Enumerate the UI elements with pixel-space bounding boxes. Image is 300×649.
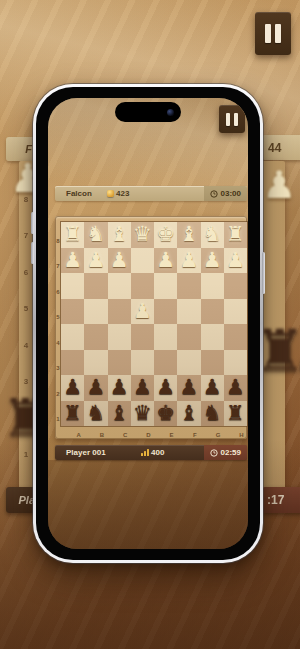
board-square[interactable]	[108, 273, 131, 299]
board-square[interactable]	[201, 324, 224, 350]
white-knight-icon[interactable]: ♞	[203, 224, 222, 245]
chess-board: ♜♞♝♛♚♝♞♜♟♟♟♟♟♟♟♟♟♟♟♟♟♟♟♟♜♞♝♛♚♝♞♜ 8765432…	[55, 216, 247, 439]
file-label: H	[230, 432, 248, 438]
pause-button[interactable]	[219, 105, 245, 133]
black-pawn-icon[interactable]: ♟	[63, 377, 82, 398]
board-square[interactable]: ♜	[61, 222, 84, 248]
board-square[interactable]	[108, 350, 131, 376]
rank-label: 6	[55, 279, 61, 305]
board-square[interactable]: ♟	[61, 375, 84, 401]
white-rook-icon[interactable]: ♜	[63, 224, 82, 245]
board-square[interactable]: ♟	[224, 375, 247, 401]
rank-label: 1	[55, 407, 61, 433]
board-square[interactable]: ♝	[177, 401, 200, 427]
white-pawn-icon[interactable]: ♟	[156, 250, 175, 271]
rank-label: 5	[19, 291, 33, 328]
board-square[interactable]: ♜	[224, 222, 247, 248]
black-pawn-icon[interactable]: ♟	[203, 377, 222, 398]
player-score-group: 400	[141, 448, 164, 457]
board-square[interactable]	[84, 324, 107, 350]
white-pawn-icon[interactable]: ♟	[110, 250, 129, 271]
coin-icon	[107, 190, 114, 197]
opponent-name: Falcon	[55, 189, 107, 198]
black-rook-icon[interactable]: ♜	[226, 403, 245, 424]
board-square[interactable]	[177, 273, 200, 299]
front-camera-icon	[167, 109, 174, 116]
white-rook-icon[interactable]: ♜	[226, 224, 245, 245]
player-clock-section: 02:59	[204, 445, 247, 460]
rank-label: 4	[19, 327, 33, 364]
file-label: F	[183, 432, 206, 438]
board-square[interactable]: ♜	[224, 401, 247, 427]
rank-label: 4	[55, 330, 61, 356]
black-knight-icon[interactable]: ♞	[203, 403, 222, 424]
black-pawn-icon[interactable]: ♟	[86, 377, 105, 398]
rank-label: 2	[55, 381, 61, 407]
board-square[interactable]: ♟	[131, 299, 154, 325]
rank-label: 3	[55, 356, 61, 382]
board-square[interactable]	[84, 299, 107, 325]
white-pawn-icon[interactable]: ♟	[133, 301, 152, 322]
white-pawn-icon[interactable]: ♟	[86, 250, 105, 271]
board-square[interactable]	[108, 299, 131, 325]
board-square[interactable]	[224, 299, 247, 325]
board-square[interactable]	[224, 324, 247, 350]
file-label: B	[90, 432, 113, 438]
board-square[interactable]: ♟	[84, 248, 107, 274]
board-square[interactable]	[224, 273, 247, 299]
board-square[interactable]	[154, 350, 177, 376]
board-square[interactable]: ♟	[108, 248, 131, 274]
board-square[interactable]: ♟	[131, 375, 154, 401]
black-rook-icon[interactable]: ♜	[63, 403, 82, 424]
board-square[interactable]	[61, 299, 84, 325]
opponent-clock-section: 03:00	[204, 186, 247, 201]
pause-icon	[265, 24, 271, 43]
board-square[interactable]	[131, 248, 154, 274]
stats-bars-icon	[141, 449, 149, 456]
board-square[interactable]	[108, 324, 131, 350]
board-square[interactable]	[154, 273, 177, 299]
board-square[interactable]	[61, 273, 84, 299]
player-clock: 02:59	[221, 448, 241, 457]
player-score: 400	[151, 448, 164, 457]
board-square[interactable]: ♟	[108, 375, 131, 401]
rank-label: 5	[55, 305, 61, 331]
board-square[interactable]	[177, 324, 200, 350]
board-square[interactable]: ♟	[201, 248, 224, 274]
player-bar: Player 001 400 02:59	[55, 445, 247, 460]
black-pawn-icon[interactable]: ♟	[156, 377, 175, 398]
black-king-icon[interactable]: ♚	[156, 403, 175, 424]
volume-down-button	[31, 242, 34, 264]
white-pawn-icon[interactable]: ♟	[203, 250, 222, 271]
board-square[interactable]	[177, 350, 200, 376]
file-label: E	[160, 432, 183, 438]
board-square[interactable]: ♝	[108, 401, 131, 427]
board-square[interactable]: ♚	[154, 401, 177, 427]
rank-label: 7	[55, 254, 61, 280]
board-square[interactable]: ♝	[108, 222, 131, 248]
opponent-clock: 03:00	[221, 189, 241, 198]
board-square[interactable]: ♟	[177, 248, 200, 274]
black-pawn-icon[interactable]: ♟	[179, 377, 198, 398]
board-square[interactable]: ♞	[84, 401, 107, 427]
black-bishop-icon[interactable]: ♝	[110, 403, 129, 424]
clock-icon	[210, 190, 218, 198]
board-square[interactable]	[154, 299, 177, 325]
white-queen-icon[interactable]: ♛	[133, 224, 152, 245]
black-queen-icon[interactable]: ♛	[133, 403, 152, 424]
file-label: C	[114, 432, 137, 438]
board-square[interactable]: ♟	[84, 375, 107, 401]
board-square[interactable]: ♛	[131, 222, 154, 248]
rank-label: 8	[55, 228, 61, 254]
screen-bottom-wood	[48, 460, 248, 549]
board-square[interactable]	[61, 350, 84, 376]
black-pawn-icon[interactable]: ♟	[226, 377, 245, 398]
board-square[interactable]: ♞	[84, 222, 107, 248]
board-square[interactable]: ♝	[177, 222, 200, 248]
board-square[interactable]	[131, 273, 154, 299]
board-square[interactable]: ♟	[201, 375, 224, 401]
clock-icon	[210, 449, 218, 457]
white-knight-icon[interactable]: ♞	[86, 224, 105, 245]
board-square[interactable]	[201, 273, 224, 299]
black-pawn-icon[interactable]: ♟	[110, 377, 129, 398]
background-white-piece-icon: ♟	[262, 166, 296, 204]
board-square[interactable]	[131, 324, 154, 350]
opponent-score-group: 423	[107, 189, 129, 198]
screenshot-stage: F 44 87654321 ♟ ♜♟ ♟ ♜♟ Pla :17	[0, 0, 300, 649]
background-pause-button[interactable]	[255, 12, 291, 55]
board-playing-area: ♜♞♝♛♚♝♞♜♟♟♟♟♟♟♟♟♟♟♟♟♟♟♟♟♜♞♝♛♚♝♞♜ 8765432…	[61, 222, 247, 426]
board-square[interactable]: ♞	[201, 401, 224, 427]
board-square[interactable]	[131, 350, 154, 376]
rank-labels: 87654321	[55, 228, 61, 432]
black-bishop-icon[interactable]: ♝	[179, 403, 198, 424]
board-square[interactable]	[61, 324, 84, 350]
board-grid: ♜♞♝♛♚♝♞♜♟♟♟♟♟♟♟♟♟♟♟♟♟♟♟♟♜♞♝♛♚♝♞♜	[61, 222, 247, 426]
player-name: Player 001	[55, 448, 107, 457]
file-labels: ABCDEFGH	[67, 432, 248, 438]
white-king-icon[interactable]: ♚	[156, 224, 175, 245]
board-square[interactable]	[201, 299, 224, 325]
board-square[interactable]	[224, 350, 247, 376]
board-square[interactable]: ♟	[61, 248, 84, 274]
black-pawn-icon[interactable]: ♟	[133, 377, 152, 398]
background-top-bar-right-fragment: 44	[262, 135, 300, 160]
board-square[interactable]: ♟	[224, 248, 247, 274]
board-square[interactable]: ♛	[131, 401, 154, 427]
board-square[interactable]: ♚	[154, 222, 177, 248]
phone-frame: Falcon 423 03:00 ♜♞♝♛♚♝♞♜♟♟♟♟♟♟♟♟♟♟♟♟♟♟♟…	[33, 84, 263, 563]
phone-screen: Falcon 423 03:00 ♜♞♝♛♚♝♞♜♟♟♟♟♟♟♟♟♟♟♟♟♟♟♟…	[48, 98, 248, 549]
board-square[interactable]	[84, 350, 107, 376]
white-bishop-icon[interactable]: ♝	[179, 224, 198, 245]
background-player-name-fragment: F	[25, 143, 32, 155]
volume-up-button	[31, 212, 34, 234]
board-square[interactable]	[154, 324, 177, 350]
board-square[interactable]: ♟	[154, 248, 177, 274]
pause-icon	[226, 113, 230, 126]
file-label: D	[137, 432, 160, 438]
power-button	[262, 252, 265, 294]
board-square[interactable]	[177, 299, 200, 325]
file-label: A	[67, 432, 90, 438]
opponent-score: 423	[116, 189, 129, 198]
white-pawn-icon[interactable]: ♟	[179, 250, 198, 271]
board-square[interactable]: ♞	[201, 222, 224, 248]
phone-bezel: Falcon 423 03:00 ♜♞♝♛♚♝♞♜♟♟♟♟♟♟♟♟♟♟♟♟♟♟♟…	[36, 87, 260, 560]
board-square[interactable]: ♟	[177, 375, 200, 401]
background-score-fragment: 44	[268, 141, 281, 155]
board-square[interactable]	[201, 350, 224, 376]
black-knight-icon[interactable]: ♞	[86, 403, 105, 424]
board-square[interactable]	[84, 273, 107, 299]
pause-icon	[275, 24, 281, 43]
opponent-bar: Falcon 423 03:00	[55, 186, 247, 201]
board-square[interactable]: ♜	[61, 401, 84, 427]
file-label: G	[207, 432, 230, 438]
pause-icon	[234, 113, 238, 126]
board-square[interactable]: ♟	[154, 375, 177, 401]
white-bishop-icon[interactable]: ♝	[110, 224, 129, 245]
white-pawn-icon[interactable]: ♟	[63, 250, 82, 271]
white-pawn-icon[interactable]: ♟	[226, 250, 245, 271]
dynamic-island	[115, 102, 181, 122]
